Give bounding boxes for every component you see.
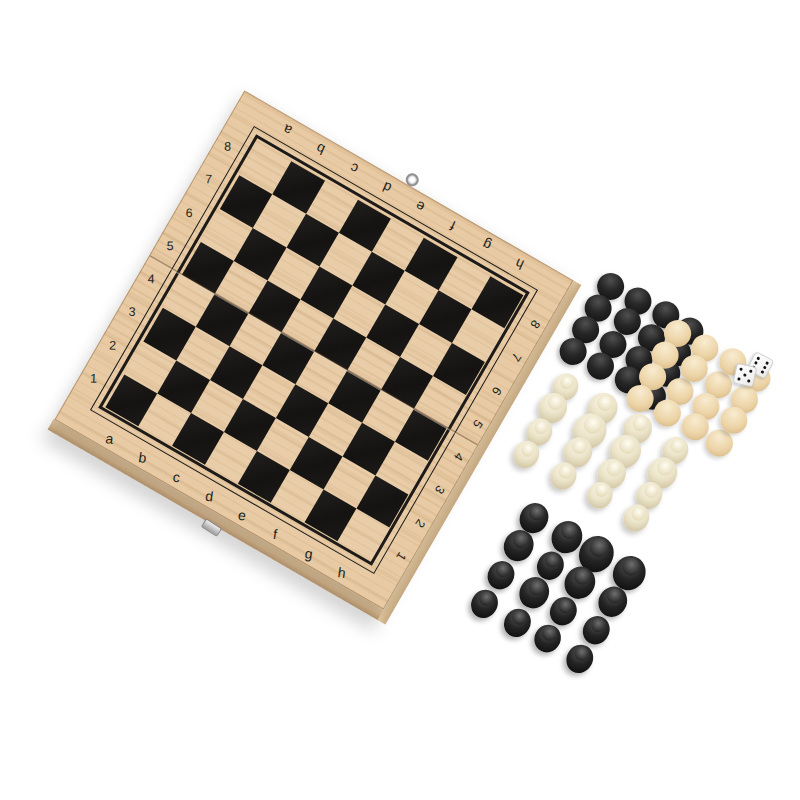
file-labels-top-h: h (497, 246, 541, 283)
rank-labels-right-8: 8 (513, 304, 558, 344)
chess-board: abcdefgh abcdefgh 87654321 87654321 (54, 90, 573, 609)
die-pip (760, 369, 764, 373)
die-cell (746, 378, 752, 384)
chess-piece-pawn (499, 604, 536, 642)
rank-labels-right-2: 2 (398, 503, 443, 543)
rank-labels-left-3: 3 (120, 293, 144, 332)
die-face-5 (732, 363, 757, 388)
die-pip (747, 379, 751, 383)
product-photo-scene: abcdefgh abcdefgh 87654321 87654321 (0, 0, 800, 800)
file-labels-bottom-h: h (321, 558, 362, 586)
rank-labels-right-3: 3 (417, 470, 462, 510)
rank-labels-left-7: 7 (196, 160, 220, 199)
chess-piece-pawn (561, 640, 598, 678)
chess-piece-pawn (483, 556, 520, 594)
rank-labels-right-6: 6 (474, 370, 519, 410)
rank-labels-right-1: 1 (379, 536, 424, 576)
board-top-face: abcdefgh abcdefgh 87654321 87654321 (54, 90, 573, 609)
die-cell (759, 368, 765, 374)
chess-piece-pawn (466, 585, 503, 623)
rank-labels-right-7: 7 (494, 337, 539, 377)
rank-labels-left-1: 1 (82, 359, 106, 398)
